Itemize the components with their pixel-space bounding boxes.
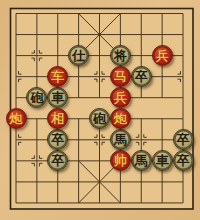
red-elephant-glyph: 相: [51, 112, 64, 125]
black-soldier[interactable]: 卒: [131, 66, 152, 87]
black-chariot-glyph: 車: [156, 154, 169, 167]
black-chariot[interactable]: 車: [47, 87, 68, 108]
black-soldier[interactable]: 卒: [173, 129, 194, 150]
red-general-glyph: 帅: [114, 154, 127, 167]
black-soldier-glyph: 卒: [177, 154, 190, 167]
black-soldier[interactable]: 卒: [47, 129, 68, 150]
red-horse[interactable]: 马: [110, 66, 131, 87]
black-cannon[interactable]: 砲: [89, 108, 110, 129]
black-general-glyph: 将: [114, 49, 127, 62]
black-general[interactable]: 将: [110, 45, 131, 66]
black-soldier[interactable]: 卒: [173, 150, 194, 171]
red-cannon-glyph: 炮: [114, 112, 127, 125]
black-soldier-glyph: 卒: [135, 70, 148, 83]
red-elephant[interactable]: 相: [47, 108, 68, 129]
red-soldier-glyph: 兵: [114, 91, 127, 104]
black-horse-glyph: 馬: [135, 154, 148, 167]
piece-grid: 仕将卒砲車砲卒馬卒卒馬車卒兵车马兵炮相炮帅: [6, 3, 194, 213]
red-general[interactable]: 帅: [110, 150, 131, 171]
red-horse-glyph: 马: [114, 70, 127, 83]
red-cannon[interactable]: 炮: [6, 108, 27, 129]
black-horse[interactable]: 馬: [110, 129, 131, 150]
black-cannon-glyph: 砲: [93, 112, 106, 125]
black-cannon[interactable]: 砲: [26, 87, 47, 108]
red-cannon[interactable]: 炮: [110, 108, 131, 129]
black-soldier-glyph: 卒: [51, 154, 64, 167]
red-soldier[interactable]: 兵: [152, 45, 173, 66]
black-soldier-glyph: 卒: [51, 133, 64, 146]
red-soldier-glyph: 兵: [156, 49, 169, 62]
black-horse[interactable]: 馬: [131, 150, 152, 171]
black-cannon-glyph: 砲: [30, 91, 43, 104]
black-advisor-glyph: 仕: [72, 49, 85, 62]
red-soldier[interactable]: 兵: [110, 87, 131, 108]
black-horse-glyph: 馬: [114, 133, 127, 146]
black-soldier-glyph: 卒: [177, 133, 190, 146]
red-cannon-glyph: 炮: [10, 112, 23, 125]
black-chariot-glyph: 車: [51, 91, 64, 104]
black-advisor[interactable]: 仕: [68, 45, 89, 66]
black-soldier[interactable]: 卒: [47, 150, 68, 171]
black-chariot[interactable]: 車: [152, 150, 173, 171]
red-chariot[interactable]: 车: [47, 66, 68, 87]
xiangqi-app: 仕将卒砲車砲卒馬卒卒馬車卒兵车马兵炮相炮帅: [0, 0, 200, 220]
red-chariot-glyph: 车: [51, 70, 64, 83]
